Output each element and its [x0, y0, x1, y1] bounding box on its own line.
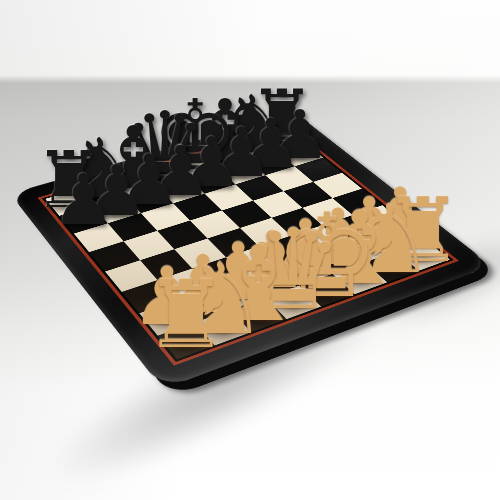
pieces-layer: ♜♞♝♛♚♝♞♜♟♟♟♟♟♟♟♟♟♟♟♟♟♟♟♟♜♞♝♛♚♝♞♜: [0, 0, 500, 500]
piece-white-rook-a1[interactable]: ♜: [139, 268, 233, 362]
product-photo-scene: ♜♞♝♛♚♝♞♜♟♟♟♟♟♟♟♟♟♟♟♟♟♟♟♟♜♞♝♛♚♝♞♜: [0, 0, 500, 500]
piece-black-pawn-a7[interactable]: ♟: [48, 165, 118, 235]
